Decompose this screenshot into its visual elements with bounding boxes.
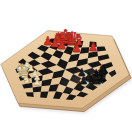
red-pawn-piece: ♟	[71, 41, 82, 55]
red-pawn-piece: ♟	[57, 38, 68, 52]
white-pawn-piece: ♟	[33, 77, 41, 87]
red-pawn-piece: ♟	[88, 40, 99, 54]
three-player-chess-board: ♞♚♛♝♟♟♟♟♟♟♝♟♚♟♛♟♞♟♞♟♟♟♛♟♚♝♟	[0, 0, 132, 132]
black-army: ♞♟♟♟♛♟♚♝♟	[75, 62, 109, 91]
product-photo: ♞♚♛♝♟♟♟♟♟♟♝♟♚♟♛♟♞♟♞♟♟♟♛♟♚♝♟	[0, 0, 132, 132]
white-knight-piece: ♞	[22, 73, 31, 85]
black-pawn-piece: ♟	[75, 79, 84, 91]
black-bishop-piece: ♝	[85, 76, 97, 91]
